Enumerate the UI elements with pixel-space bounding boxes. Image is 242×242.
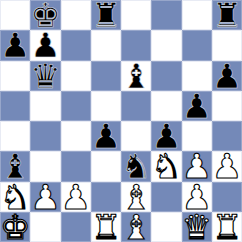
- square-f8[interactable]: [151, 0, 181, 30]
- square-a6[interactable]: [0, 61, 30, 91]
- square-d3[interactable]: [91, 151, 121, 181]
- square-d7[interactable]: [91, 30, 121, 60]
- square-e3[interactable]: ♞: [121, 151, 151, 181]
- square-g4[interactable]: [182, 121, 212, 151]
- square-c4[interactable]: [61, 121, 91, 151]
- square-e4[interactable]: [121, 121, 151, 151]
- square-c2[interactable]: ♟: [61, 182, 91, 212]
- square-h2[interactable]: [212, 182, 242, 212]
- square-d5[interactable]: [91, 91, 121, 121]
- square-e5[interactable]: [121, 91, 151, 121]
- piece-black-pawn: ♟: [0, 30, 30, 60]
- piece-black-bishop: ♝: [121, 61, 151, 91]
- piece-white-bishop: ♝: [121, 212, 151, 242]
- square-a7[interactable]: ♟: [0, 30, 30, 60]
- square-c3[interactable]: [61, 151, 91, 181]
- square-e8[interactable]: [121, 0, 151, 30]
- square-e6[interactable]: ♝: [121, 61, 151, 91]
- piece-black-pawn: ♟: [151, 121, 181, 151]
- square-h3[interactable]: ♟: [212, 151, 242, 181]
- square-f6[interactable]: [151, 61, 181, 91]
- piece-black-rook: ♜: [91, 0, 121, 30]
- piece-white-pawn: ♟: [182, 151, 212, 181]
- square-g1[interactable]: ♛: [182, 212, 212, 242]
- piece-white-queen: ♛: [182, 212, 212, 242]
- piece-black-pawn: ♟: [91, 121, 121, 151]
- square-d1[interactable]: ♜: [91, 212, 121, 242]
- square-d6[interactable]: [91, 61, 121, 91]
- square-c1[interactable]: [61, 212, 91, 242]
- square-a2[interactable]: ♞: [0, 182, 30, 212]
- square-c8[interactable]: [61, 0, 91, 30]
- square-b2[interactable]: ♟: [30, 182, 60, 212]
- square-b4[interactable]: [30, 121, 60, 151]
- square-g7[interactable]: [182, 30, 212, 60]
- piece-white-king: ♚: [0, 212, 30, 242]
- square-a4[interactable]: [0, 121, 30, 151]
- piece-white-bishop: ♝: [121, 182, 151, 212]
- piece-black-bishop: ♝: [0, 151, 30, 181]
- piece-white-rook: ♜: [91, 212, 121, 242]
- piece-white-knight: ♞: [0, 182, 30, 212]
- square-f2[interactable]: [151, 182, 181, 212]
- piece-black-king: ♚: [30, 0, 60, 30]
- square-b6[interactable]: ♛: [30, 61, 60, 91]
- square-a3[interactable]: ♝: [0, 151, 30, 181]
- square-d2[interactable]: [91, 182, 121, 212]
- square-f5[interactable]: [151, 91, 181, 121]
- square-h1[interactable]: ♜: [212, 212, 242, 242]
- piece-black-pawn: ♟: [182, 91, 212, 121]
- square-c5[interactable]: [61, 91, 91, 121]
- square-g3[interactable]: ♟: [182, 151, 212, 181]
- square-h6[interactable]: ♟: [212, 61, 242, 91]
- square-a1[interactable]: ♚: [0, 212, 30, 242]
- square-e1[interactable]: ♝: [121, 212, 151, 242]
- square-f7[interactable]: [151, 30, 181, 60]
- piece-black-queen: ♛: [30, 61, 60, 91]
- piece-white-pawn: ♟: [182, 182, 212, 212]
- square-h8[interactable]: ♜: [212, 0, 242, 30]
- square-h4[interactable]: [212, 121, 242, 151]
- square-b1[interactable]: [30, 212, 60, 242]
- square-e2[interactable]: ♝: [121, 182, 151, 212]
- piece-white-knight: ♞: [151, 151, 181, 181]
- square-h7[interactable]: [212, 30, 242, 60]
- square-d8[interactable]: ♜: [91, 0, 121, 30]
- square-g8[interactable]: [182, 0, 212, 30]
- square-a5[interactable]: [0, 91, 30, 121]
- square-f1[interactable]: [151, 212, 181, 242]
- square-d4[interactable]: ♟: [91, 121, 121, 151]
- piece-black-pawn: ♟: [212, 61, 242, 91]
- piece-black-rook: ♜: [212, 0, 242, 30]
- square-f3[interactable]: ♞: [151, 151, 181, 181]
- square-c6[interactable]: [61, 61, 91, 91]
- square-b5[interactable]: [30, 91, 60, 121]
- square-c7[interactable]: [61, 30, 91, 60]
- square-f4[interactable]: ♟: [151, 121, 181, 151]
- piece-black-pawn: ♟: [30, 30, 60, 60]
- square-a8[interactable]: [0, 0, 30, 30]
- square-b7[interactable]: ♟: [30, 30, 60, 60]
- square-e7[interactable]: [121, 30, 151, 60]
- piece-white-rook: ♜: [212, 212, 242, 242]
- piece-white-pawn: ♟: [61, 182, 91, 212]
- piece-black-knight: ♞: [121, 151, 151, 181]
- square-g6[interactable]: [182, 61, 212, 91]
- square-h5[interactable]: [212, 91, 242, 121]
- square-b3[interactable]: [30, 151, 60, 181]
- piece-white-pawn: ♟: [212, 151, 242, 181]
- square-b8[interactable]: ♚: [30, 0, 60, 30]
- square-g5[interactable]: ♟: [182, 91, 212, 121]
- chess-board: ♚♜♜♟♟♛♝♟♟♟♟♝♞♞♟♟♞♟♟♝♟♚♜♝♛♜: [0, 0, 242, 242]
- square-g2[interactable]: ♟: [182, 182, 212, 212]
- piece-white-pawn: ♟: [30, 182, 60, 212]
